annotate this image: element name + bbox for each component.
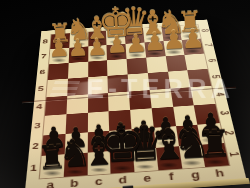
piece-white-pawn-d7[interactable]: ♟ <box>106 33 128 57</box>
pieces-layer: ♜♞♝♚♛♝♞♜♟♟♟♟♟♟♟♟♟♟♟♟♟♟♟♟♜♞♝♚♛♝♞♜ <box>0 0 250 188</box>
piece-white-pawn-a7[interactable]: ♟ <box>48 37 70 62</box>
piece-white-pawn-c7[interactable]: ♟ <box>87 35 109 59</box>
piece-black-rook-a1[interactable]: ♜ <box>37 141 68 175</box>
piece-white-pawn-b7[interactable]: ♟ <box>67 37 89 61</box>
photo-stage: 87654321 87654321 abcdefgh ♜♞♝♚♛♝♞♜♟♟♟♟♟… <box>0 0 250 188</box>
